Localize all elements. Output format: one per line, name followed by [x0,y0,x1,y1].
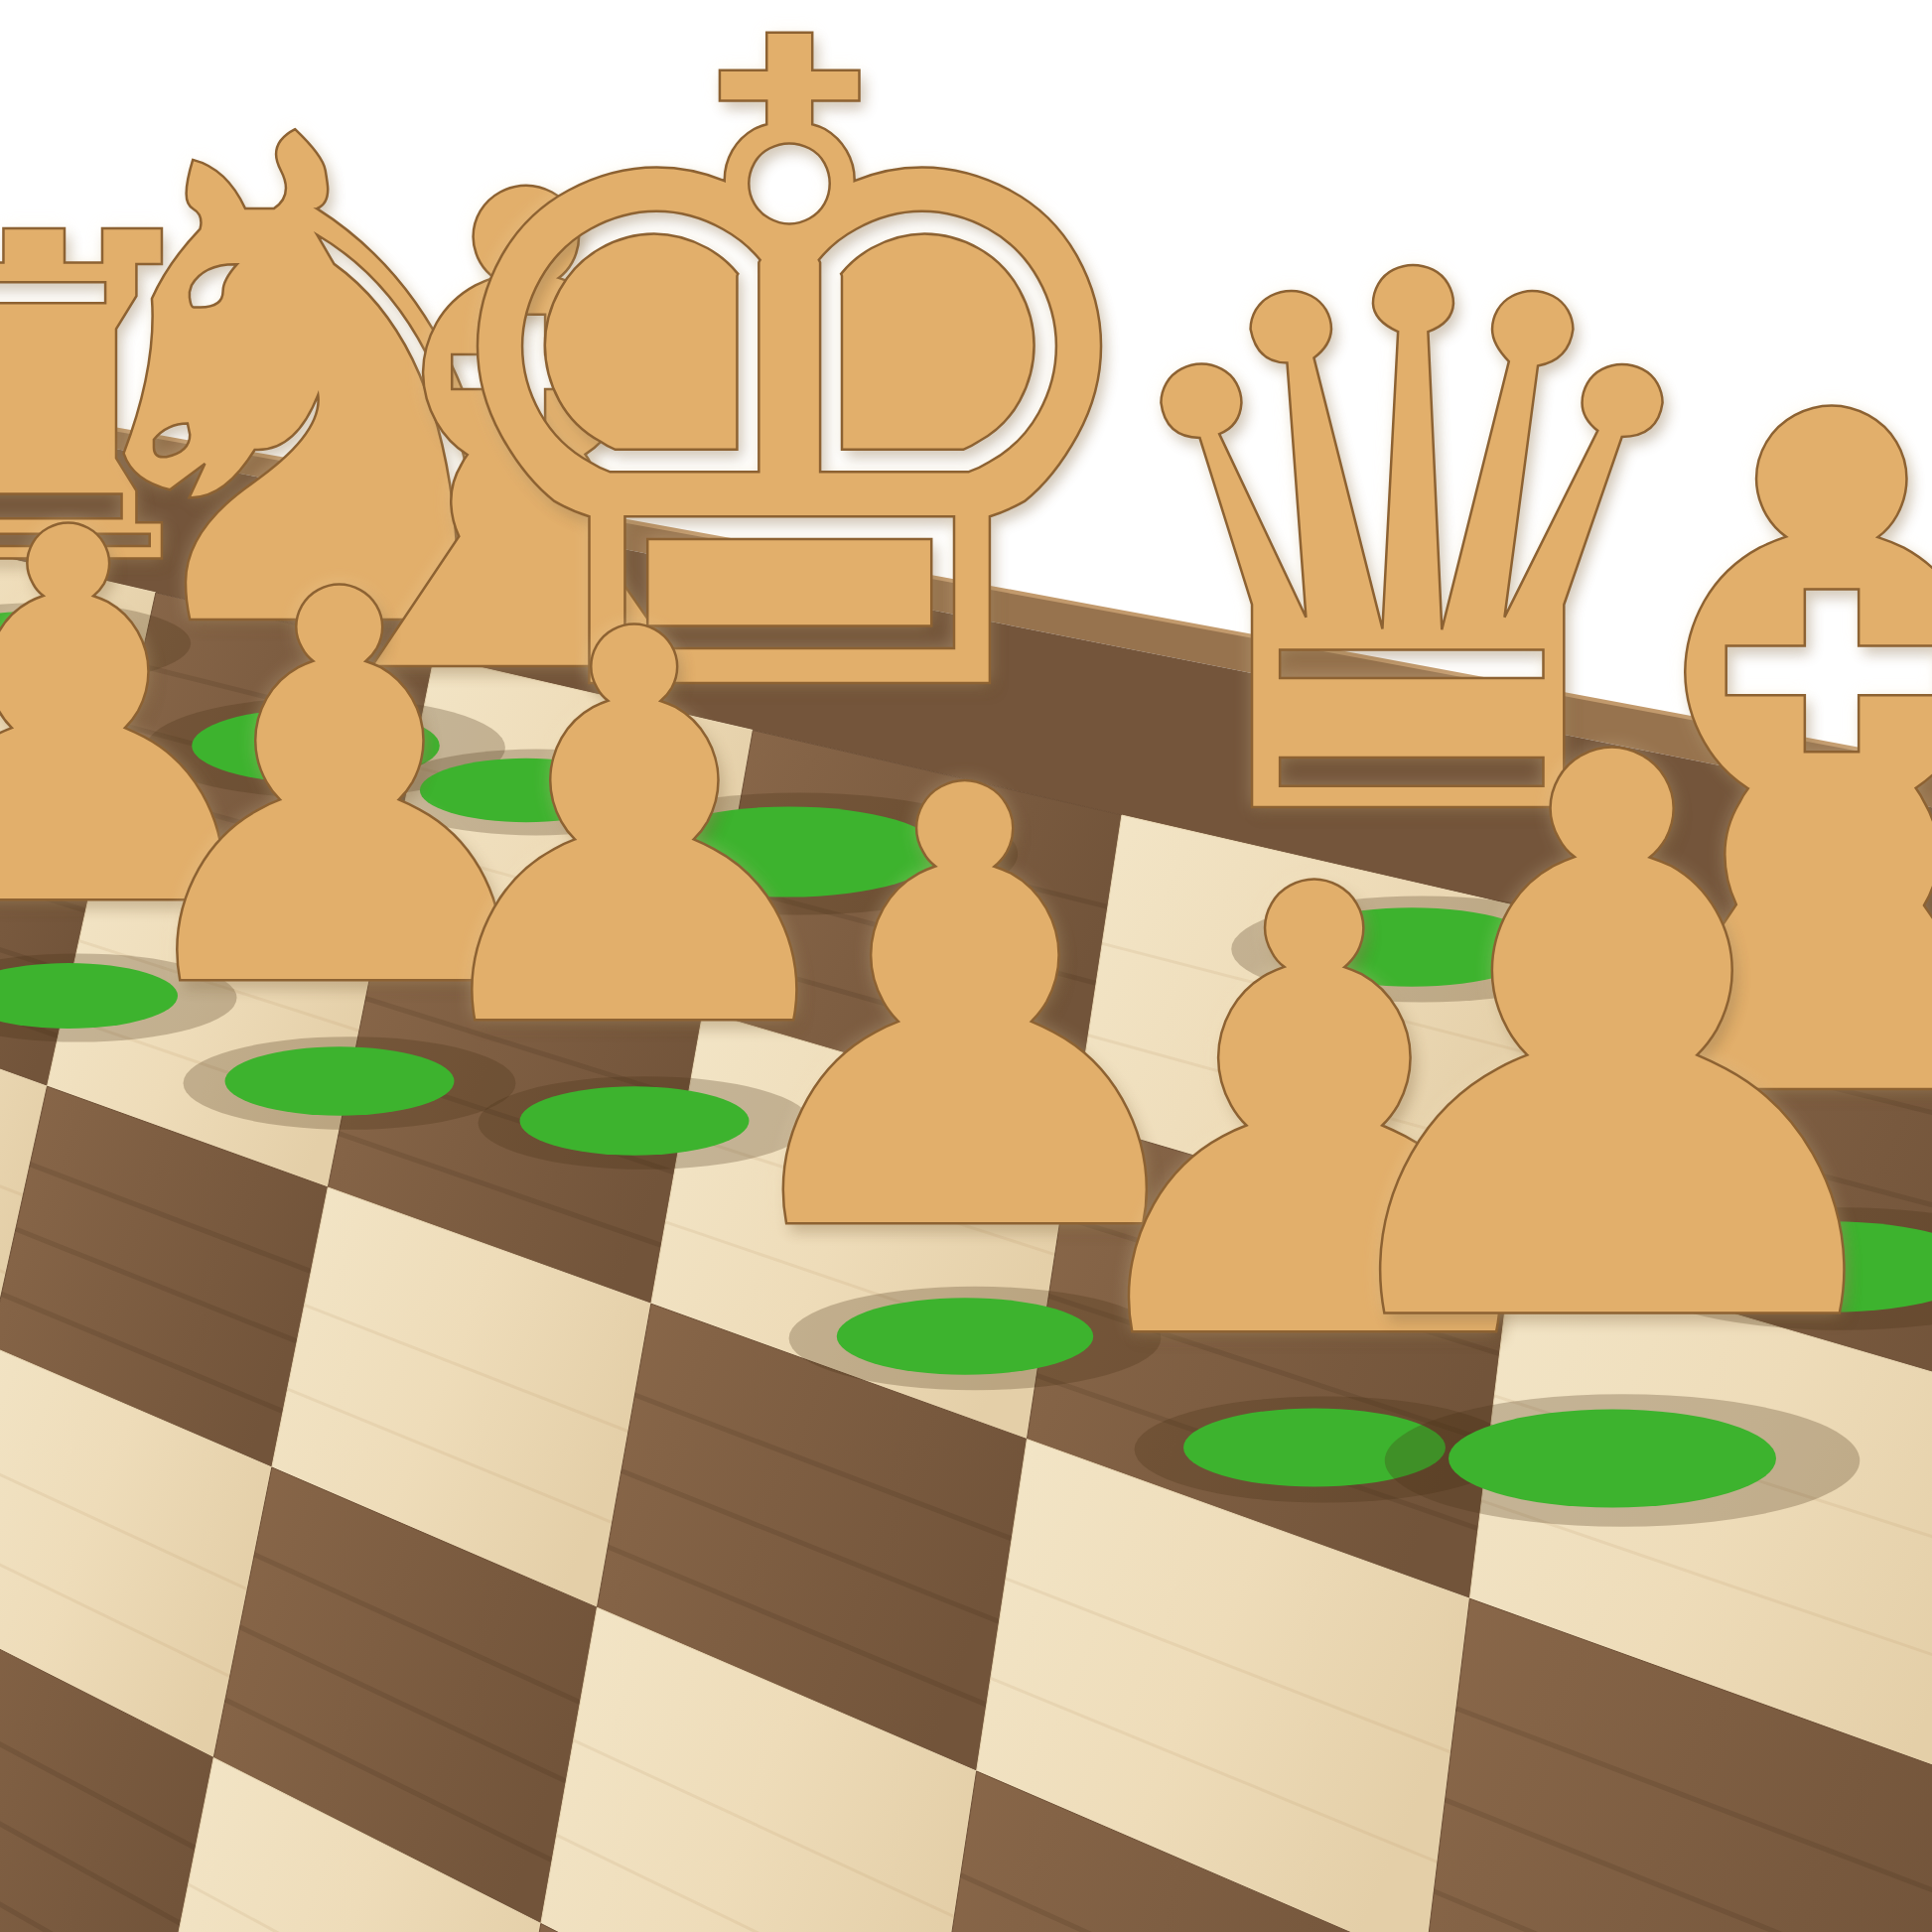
felt-d1 [1281,907,1544,986]
felt-c2 [1449,1410,1776,1508]
felt-e1 [638,806,940,897]
chess-board [0,0,1932,1932]
felt-f1 [420,759,632,822]
felt-e2 [837,1298,1094,1375]
felt-f2 [520,1086,750,1155]
felt-g2 [225,1046,455,1115]
chess-set-photo: ♜♞♝♚♛♟♟♟♝♟♟♟ [0,0,1932,1932]
